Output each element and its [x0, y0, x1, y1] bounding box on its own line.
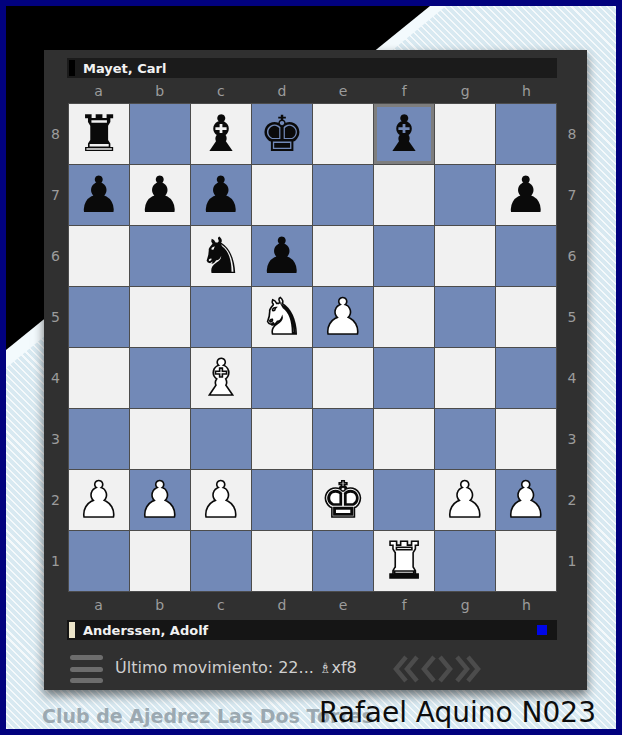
file-label-d: d — [251, 83, 312, 99]
file-label-c: c — [190, 597, 251, 613]
last-move-button[interactable] — [454, 654, 481, 684]
file-label-e: e — [313, 597, 374, 613]
square-f3[interactable] — [374, 409, 434, 469]
file-labels-bottom: abcdefgh — [68, 597, 557, 613]
square-h7[interactable]: ♟ — [496, 165, 556, 225]
rank-label-6: 6 — [558, 225, 586, 286]
black-pawn-a7: ♟ — [77, 165, 122, 225]
square-f8[interactable]: ♝ — [374, 104, 434, 164]
menu-bar — [70, 678, 103, 683]
square-b1[interactable] — [130, 531, 190, 591]
square-e2[interactable]: ♚ — [313, 470, 373, 530]
previous-move-button[interactable] — [420, 654, 437, 684]
black-pawn-c7: ♟ — [199, 165, 244, 225]
square-b7[interactable]: ♟ — [130, 165, 190, 225]
square-a4[interactable] — [69, 348, 129, 408]
black-pawn-d6: ♟ — [260, 226, 305, 286]
square-b6[interactable] — [130, 226, 190, 286]
square-a8[interactable]: ♜ — [69, 104, 129, 164]
square-h8[interactable] — [496, 104, 556, 164]
rank-label-7: 7 — [558, 164, 586, 225]
square-d2[interactable] — [252, 470, 312, 530]
square-e1[interactable] — [313, 531, 373, 591]
square-g6[interactable] — [435, 226, 495, 286]
square-h6[interactable] — [496, 226, 556, 286]
top-player-name: Mayet, Carl — [83, 61, 166, 76]
square-g1[interactable] — [435, 531, 495, 591]
square-e4[interactable] — [313, 348, 373, 408]
square-e7[interactable] — [313, 165, 373, 225]
square-a3[interactable] — [69, 409, 129, 469]
white-pawn-b2: ♟ — [138, 470, 183, 530]
square-a7[interactable]: ♟ — [69, 165, 129, 225]
square-d7[interactable] — [252, 165, 312, 225]
move-navigation — [393, 654, 481, 684]
square-a2[interactable]: ♟ — [69, 470, 129, 530]
square-e3[interactable] — [313, 409, 373, 469]
square-f1[interactable]: ♜ — [374, 531, 434, 591]
square-d3[interactable] — [252, 409, 312, 469]
file-label-f: f — [374, 83, 435, 99]
rank-label-5: 5 — [44, 286, 67, 347]
square-b4[interactable] — [130, 348, 190, 408]
rank-label-8: 8 — [558, 103, 586, 164]
square-g7[interactable] — [435, 165, 495, 225]
square-c1[interactable] — [191, 531, 251, 591]
white-king-e2: ♚ — [321, 470, 366, 530]
square-c3[interactable] — [191, 409, 251, 469]
square-g5[interactable] — [435, 287, 495, 347]
square-d4[interactable] — [252, 348, 312, 408]
menu-icon[interactable] — [70, 655, 103, 683]
square-h5[interactable] — [496, 287, 556, 347]
square-h3[interactable] — [496, 409, 556, 469]
square-f6[interactable] — [374, 226, 434, 286]
white-rook-f1: ♜ — [382, 531, 427, 591]
file-label-a: a — [68, 83, 129, 99]
square-e5[interactable]: ♟ — [313, 287, 373, 347]
rank-labels-left: 87654321 — [44, 103, 67, 592]
rank-label-1: 1 — [558, 531, 586, 592]
square-d1[interactable] — [252, 531, 312, 591]
file-label-h: h — [496, 83, 557, 99]
white-pawn-a2: ♟ — [77, 470, 122, 530]
square-c6[interactable]: ♞ — [191, 226, 251, 286]
square-c5[interactable] — [191, 287, 251, 347]
rank-label-5: 5 — [558, 286, 586, 347]
to-move-indicator — [537, 625, 547, 635]
white-pawn-g2: ♟ — [443, 470, 488, 530]
square-f5[interactable] — [374, 287, 434, 347]
chess-panel: Mayet, Carl abcdefgh 87654321 87654321 ♜… — [44, 50, 587, 690]
file-labels-top: abcdefgh — [68, 83, 557, 99]
file-label-c: c — [190, 83, 251, 99]
square-b2[interactable]: ♟ — [130, 470, 190, 530]
bottom-player-bar: Anderssen, Adolf — [67, 620, 557, 640]
rank-label-3: 3 — [558, 409, 586, 470]
menu-bar — [70, 655, 103, 660]
white-side-accent — [69, 622, 75, 638]
black-king-d8: ♚ — [260, 104, 305, 164]
black-knight-c6: ♞ — [199, 226, 244, 286]
square-g3[interactable] — [435, 409, 495, 469]
square-g2[interactable]: ♟ — [435, 470, 495, 530]
file-label-a: a — [68, 597, 129, 613]
square-e8[interactable] — [313, 104, 373, 164]
square-f4[interactable] — [374, 348, 434, 408]
white-pawn-e5: ♟ — [321, 287, 366, 347]
square-c4[interactable]: ♝ — [191, 348, 251, 408]
black-bishop-c8: ♝ — [199, 104, 244, 164]
file-label-e: e — [313, 83, 374, 99]
square-h1[interactable] — [496, 531, 556, 591]
square-g4[interactable] — [435, 348, 495, 408]
square-b8[interactable] — [130, 104, 190, 164]
square-d6[interactable]: ♟ — [252, 226, 312, 286]
rank-label-2: 2 — [44, 470, 67, 531]
square-b3[interactable] — [130, 409, 190, 469]
square-c7[interactable]: ♟ — [191, 165, 251, 225]
square-b5[interactable] — [130, 287, 190, 347]
rank-label-6: 6 — [44, 225, 67, 286]
file-label-h: h — [496, 597, 557, 613]
app-window: s Mayet, Carl abcdefgh 87654321 87654321… — [0, 0, 622, 735]
chess-board: ♜♝♚♝♟♟♟♟♞♟♞♟♝♟♟♟♚♟♟♜ — [68, 103, 557, 592]
file-label-b: b — [129, 597, 190, 613]
square-a5[interactable] — [69, 287, 129, 347]
square-g8[interactable] — [435, 104, 495, 164]
bishop-glyph: ♗ — [319, 660, 332, 676]
rank-label-7: 7 — [44, 164, 67, 225]
rank-label-3: 3 — [44, 409, 67, 470]
square-c2[interactable]: ♟ — [191, 470, 251, 530]
white-pawn-c2: ♟ — [199, 470, 244, 530]
rank-labels-right: 87654321 — [558, 103, 586, 592]
decorative-flourish: s — [366, 13, 384, 45]
square-f7[interactable] — [374, 165, 434, 225]
rank-label-4: 4 — [558, 348, 586, 409]
file-label-f: f — [374, 597, 435, 613]
square-e6[interactable] — [313, 226, 373, 286]
rank-label-1: 1 — [44, 531, 67, 592]
white-bishop-c4: ♝ — [199, 348, 244, 408]
square-h4[interactable] — [496, 348, 556, 408]
first-move-button[interactable] — [393, 654, 420, 684]
square-a6[interactable] — [69, 226, 129, 286]
rank-label-8: 8 — [44, 103, 67, 164]
last-move-text: Último movimiento: 22... ♗xf8 — [115, 658, 357, 677]
file-label-g: g — [435, 597, 496, 613]
next-move-button[interactable] — [437, 654, 454, 684]
bottom-player-name: Anderssen, Adolf — [83, 623, 208, 638]
file-label-d: d — [251, 597, 312, 613]
black-bishop-f8: ♝ — [382, 104, 427, 164]
square-c8[interactable]: ♝ — [191, 104, 251, 164]
author-name: Rafael Aquino N023 — [319, 696, 596, 729]
black-side-accent — [69, 60, 75, 76]
top-player-bar: Mayet, Carl — [67, 58, 557, 78]
rank-label-2: 2 — [558, 470, 586, 531]
square-f2[interactable] — [374, 470, 434, 530]
square-d8[interactable]: ♚ — [252, 104, 312, 164]
square-h2[interactable]: ♟ — [496, 470, 556, 530]
square-a1[interactable] — [69, 531, 129, 591]
white-pawn-h2: ♟ — [504, 470, 549, 530]
file-label-b: b — [129, 83, 190, 99]
file-label-g: g — [435, 83, 496, 99]
black-rook-a8: ♜ — [77, 104, 122, 164]
square-d5[interactable]: ♞ — [252, 287, 312, 347]
black-pawn-h7: ♟ — [504, 165, 549, 225]
white-knight-d5: ♞ — [260, 287, 305, 347]
rank-label-4: 4 — [44, 348, 67, 409]
black-pawn-b7: ♟ — [138, 165, 183, 225]
menu-bar — [70, 667, 103, 672]
